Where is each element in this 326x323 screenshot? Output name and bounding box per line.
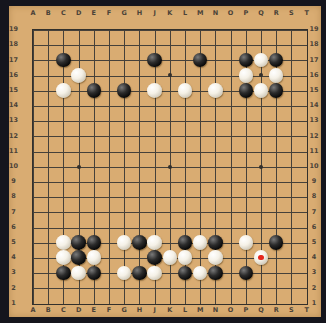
column-label-top-h: H	[132, 9, 147, 18]
column-label-top-b: B	[41, 9, 56, 18]
row-label-left-1: 1	[6, 299, 21, 308]
column-label-top-s: S	[284, 9, 299, 18]
column-label-bottom-o: O	[223, 306, 238, 315]
stone-white-n15[interactable]	[208, 83, 223, 98]
column-label-top-e: E	[86, 9, 101, 18]
row-label-right-17: 17	[307, 56, 322, 65]
stone-white-j3[interactable]	[147, 266, 162, 281]
column-label-bottom-j: J	[147, 306, 162, 315]
row-label-left-16: 16	[6, 71, 21, 80]
column-label-bottom-c: C	[56, 306, 71, 315]
stone-white-n4[interactable]	[208, 250, 223, 265]
stone-white-d3[interactable]	[71, 266, 86, 281]
column-label-top-n: N	[208, 9, 223, 18]
row-label-left-18: 18	[6, 40, 21, 49]
stone-white-r16[interactable]	[269, 68, 284, 83]
stone-white-p5[interactable]	[239, 235, 254, 250]
column-label-top-o: O	[223, 9, 238, 18]
column-label-bottom-s: S	[284, 306, 299, 315]
row-label-right-5: 5	[307, 238, 322, 247]
row-label-right-16: 16	[307, 71, 322, 80]
stone-black-g15[interactable]	[117, 83, 132, 98]
row-label-right-18: 18	[307, 40, 322, 49]
stone-black-e15[interactable]	[87, 83, 102, 98]
stone-white-p16[interactable]	[239, 68, 254, 83]
column-label-top-l: L	[178, 9, 193, 18]
column-label-bottom-p: P	[238, 306, 253, 315]
stone-black-e3[interactable]	[87, 266, 102, 281]
column-label-bottom-h: H	[132, 306, 147, 315]
row-label-left-6: 6	[6, 223, 21, 232]
column-label-top-f: F	[102, 9, 117, 18]
column-label-top-d: D	[71, 9, 86, 18]
stone-white-l4[interactable]	[178, 250, 193, 265]
stone-white-c15[interactable]	[56, 83, 71, 98]
row-label-left-10: 10	[6, 162, 21, 171]
column-label-top-g: G	[117, 9, 132, 18]
stone-black-p15[interactable]	[239, 83, 254, 98]
stone-black-d5[interactable]	[71, 235, 86, 250]
column-label-bottom-g: G	[117, 306, 132, 315]
row-label-left-2: 2	[6, 284, 21, 293]
row-label-left-8: 8	[6, 192, 21, 201]
stone-white-l15[interactable]	[178, 83, 193, 98]
app-background: AABBCCDDEEFFGGHHJJKKLLMMNNOOPPQQRRSSTT19…	[0, 0, 326, 323]
column-label-bottom-l: L	[178, 306, 193, 315]
stone-black-l5[interactable]	[178, 235, 193, 250]
stone-white-q15[interactable]	[254, 83, 269, 98]
stone-white-c4[interactable]	[56, 250, 71, 265]
column-label-top-j: J	[147, 9, 162, 18]
row-label-right-1: 1	[307, 299, 322, 308]
row-label-left-5: 5	[6, 238, 21, 247]
star-point-d10	[77, 165, 81, 169]
row-label-left-13: 13	[6, 116, 21, 125]
column-label-bottom-n: N	[208, 306, 223, 315]
column-label-bottom-f: F	[102, 306, 117, 315]
stone-black-h3[interactable]	[132, 266, 147, 281]
row-label-left-11: 11	[6, 147, 21, 156]
row-label-right-19: 19	[307, 25, 322, 34]
stone-black-n5[interactable]	[208, 235, 223, 250]
stone-white-g5[interactable]	[117, 235, 132, 250]
column-label-top-m: M	[193, 9, 208, 18]
row-label-right-10: 10	[307, 162, 322, 171]
stone-black-e5[interactable]	[87, 235, 102, 250]
row-label-left-3: 3	[6, 268, 21, 277]
stone-black-d4[interactable]	[71, 250, 86, 265]
stone-black-c3[interactable]	[56, 266, 71, 281]
stone-white-e4[interactable]	[87, 250, 102, 265]
column-label-bottom-k: K	[162, 306, 177, 315]
row-label-left-17: 17	[6, 56, 21, 65]
row-label-left-12: 12	[6, 132, 21, 141]
row-label-right-7: 7	[307, 208, 322, 217]
column-label-bottom-r: R	[269, 306, 284, 315]
row-label-right-11: 11	[307, 147, 322, 156]
column-label-bottom-d: D	[71, 306, 86, 315]
stone-black-j17[interactable]	[147, 53, 162, 68]
stone-white-j5[interactable]	[147, 235, 162, 250]
stone-black-p3[interactable]	[239, 266, 254, 281]
stone-black-h5[interactable]	[132, 235, 147, 250]
row-label-left-19: 19	[6, 25, 21, 34]
stone-black-c17[interactable]	[56, 53, 71, 68]
column-label-bottom-a: A	[26, 306, 41, 315]
column-label-top-p: P	[238, 9, 253, 18]
row-label-right-2: 2	[307, 284, 322, 293]
row-label-left-7: 7	[6, 208, 21, 217]
stone-black-r15[interactable]	[269, 83, 284, 98]
row-label-right-15: 15	[307, 86, 322, 95]
row-label-right-8: 8	[307, 192, 322, 201]
stone-white-c5[interactable]	[56, 235, 71, 250]
stone-black-n3[interactable]	[208, 266, 223, 281]
goban[interactable]: AABBCCDDEEFFGGHHJJKKLLMMNNOOPPQQRRSSTT19…	[9, 6, 321, 317]
star-point-k10	[168, 165, 172, 169]
row-label-right-9: 9	[307, 177, 322, 186]
stone-black-r5[interactable]	[269, 235, 284, 250]
column-label-top-c: C	[56, 9, 71, 18]
row-label-right-12: 12	[307, 132, 322, 141]
row-label-right-14: 14	[307, 101, 322, 110]
row-label-right-4: 4	[307, 253, 322, 262]
column-label-top-t: T	[299, 9, 314, 18]
star-point-q10	[259, 165, 263, 169]
stone-white-k4[interactable]	[163, 250, 178, 265]
column-label-top-a: A	[26, 9, 41, 18]
column-label-bottom-m: M	[193, 306, 208, 315]
row-label-right-6: 6	[307, 223, 322, 232]
stone-white-j15[interactable]	[147, 83, 162, 98]
row-label-right-13: 13	[307, 116, 322, 125]
column-label-top-q: Q	[254, 9, 269, 18]
column-label-bottom-e: E	[86, 306, 101, 315]
row-label-left-14: 14	[6, 101, 21, 110]
row-label-left-4: 4	[6, 253, 21, 262]
row-label-right-3: 3	[307, 268, 322, 277]
stone-white-m5[interactable]	[193, 235, 208, 250]
row-label-left-15: 15	[6, 86, 21, 95]
column-label-top-r: R	[269, 9, 284, 18]
column-label-bottom-b: B	[41, 306, 56, 315]
column-label-bottom-q: Q	[254, 306, 269, 315]
stone-white-d16[interactable]	[71, 68, 86, 83]
column-label-top-k: K	[162, 9, 177, 18]
row-label-left-9: 9	[6, 177, 21, 186]
stone-black-j4[interactable]	[147, 250, 162, 265]
